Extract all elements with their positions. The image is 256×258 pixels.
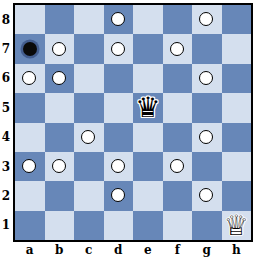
file-label-c: c [74,241,104,258]
white-circle-marker-b6 [52,71,66,85]
square-d1[interactable] [104,211,134,240]
file-label-a: a [15,241,45,258]
square-e8[interactable] [133,5,163,34]
rank-label-7: 7 [0,34,12,63]
square-a4[interactable] [15,123,45,152]
white-circle-marker-b3 [52,159,66,173]
chess-board: ♛♛♕ [13,3,253,242]
square-c2[interactable] [74,181,104,210]
square-h4[interactable] [222,123,252,152]
white-circle-marker-f3 [170,159,184,173]
file-label-b: b [45,241,75,258]
square-e7[interactable] [133,34,163,63]
square-c3[interactable] [74,152,104,181]
square-a1[interactable] [15,211,45,240]
square-f6[interactable] [163,64,193,93]
square-c6[interactable] [74,64,104,93]
square-d5[interactable] [104,93,134,122]
rank-label-4: 4 [0,123,12,152]
rank-label-6: 6 [0,64,12,93]
square-f4[interactable] [163,123,193,152]
black-dot-marker-a7 [23,42,37,56]
square-e6[interactable] [133,64,163,93]
white-queen-glyph: ♕ [222,210,252,239]
rank-label-5: 5 [0,93,12,122]
rank-label-3: 3 [0,152,12,181]
square-c1[interactable] [74,211,104,240]
square-f8[interactable] [163,5,193,34]
square-b4[interactable] [45,123,75,152]
square-b8[interactable] [45,5,75,34]
square-h2[interactable] [222,181,252,210]
white-circle-marker-c4 [81,130,95,144]
square-f5[interactable] [163,93,193,122]
square-c8[interactable] [74,5,104,34]
rank-labels: 87654321 [0,5,13,240]
square-c5[interactable] [74,93,104,122]
square-f2[interactable] [163,181,193,210]
file-label-e: e [133,241,163,258]
square-b2[interactable] [45,181,75,210]
square-c7[interactable] [74,34,104,63]
square-a8[interactable] [15,5,45,34]
rank-label-1: 1 [0,211,12,240]
white-queen-h1[interactable]: ♛♕ [222,210,252,239]
white-circle-marker-d3 [111,159,125,173]
file-label-h: h [222,241,252,258]
file-labels: abcdefgh [15,241,251,258]
square-f1[interactable] [163,211,193,240]
square-h5[interactable] [222,93,252,122]
square-a2[interactable] [15,181,45,210]
square-e2[interactable] [133,181,163,210]
square-h3[interactable] [222,152,252,181]
white-circle-marker-d7 [111,42,125,56]
square-h8[interactable] [222,5,252,34]
rank-label-8: 8 [0,5,12,34]
black-queen-glyph: ♛ [133,92,163,121]
square-b1[interactable] [45,211,75,240]
white-circle-marker-f7 [170,42,184,56]
square-g7[interactable] [192,34,222,63]
board-squares: ♛♛♕ [15,5,251,240]
white-circle-marker-g4 [199,130,213,144]
file-label-d: d [104,241,134,258]
square-g5[interactable] [192,93,222,122]
square-g1[interactable] [192,211,222,240]
square-e1[interactable] [133,211,163,240]
white-circle-marker-d8 [111,12,125,26]
square-e4[interactable] [133,123,163,152]
rank-label-2: 2 [0,181,12,210]
black-queen-e5[interactable]: ♛ [133,92,163,121]
square-e3[interactable] [133,152,163,181]
file-label-f: f [163,241,193,258]
square-d6[interactable] [104,64,134,93]
chess-diagram: 87654321 ♛♛♕ abcdefgh [0,0,256,258]
square-h7[interactable] [222,34,252,63]
square-g3[interactable] [192,152,222,181]
square-b5[interactable] [45,93,75,122]
square-a5[interactable] [15,93,45,122]
file-label-g: g [192,241,222,258]
square-d4[interactable] [104,123,134,152]
white-circle-marker-b7 [52,42,66,56]
square-h6[interactable] [222,64,252,93]
